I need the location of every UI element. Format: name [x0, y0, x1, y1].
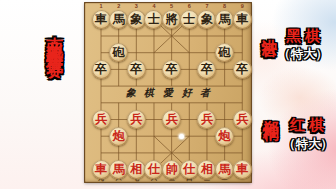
- file-label: 4: [152, 4, 155, 10]
- piece-red[interactable]: 兵: [162, 110, 181, 129]
- piece-red[interactable]: 炮: [215, 127, 234, 146]
- piece-red[interactable]: 仕: [180, 160, 199, 179]
- piece-black[interactable]: 卒: [233, 60, 252, 79]
- file-label: 1: [99, 4, 102, 10]
- river-char: 者: [200, 87, 210, 97]
- file-label: 9: [241, 4, 244, 10]
- file-label: 5: [170, 4, 173, 10]
- piece-black[interactable]: 象: [127, 10, 146, 29]
- piece-black[interactable]: 士: [180, 10, 199, 29]
- file-label: 3: [135, 4, 138, 10]
- black-player-name: 洪智: [261, 26, 277, 31]
- event-title-banner: 南北象棋对抗赛: [46, 23, 63, 50]
- piece-black[interactable]: 馬: [109, 10, 128, 29]
- piece-red[interactable]: 炮: [109, 127, 128, 146]
- piece-black[interactable]: 將: [162, 10, 181, 29]
- piece-red[interactable]: 相: [127, 160, 146, 179]
- river-char: 象: [125, 87, 135, 97]
- piece-black[interactable]: 卒: [162, 60, 181, 79]
- xiangqi-board[interactable]: 123456789 九八七六五四三二一 象棋愛好者 車馬象士將士象馬車砲砲卒卒卒…: [84, 2, 252, 183]
- piece-red[interactable]: 兵: [127, 110, 146, 129]
- piece-red[interactable]: 兵: [233, 110, 252, 129]
- file-label: 7: [205, 4, 208, 10]
- red-player-title: （特大）: [283, 136, 333, 153]
- file-label: 8: [223, 4, 226, 10]
- piece-black[interactable]: 馬: [215, 10, 234, 29]
- black-side-label: 黑棋: [286, 27, 324, 46]
- black-player-title: （特大）: [278, 46, 328, 63]
- piece-black[interactable]: 卒: [127, 60, 146, 79]
- river-char: 愛: [163, 87, 173, 97]
- cursor-sparkle: [179, 134, 184, 139]
- piece-black[interactable]: 卒: [92, 60, 111, 79]
- river-char: 好: [181, 87, 191, 97]
- piece-red[interactable]: 車: [233, 160, 252, 179]
- river-char: 棋: [144, 87, 154, 97]
- piece-black[interactable]: 車: [233, 10, 252, 29]
- piece-red[interactable]: 兵: [92, 110, 111, 129]
- red-player-name: 郑惟桐: [263, 107, 279, 115]
- piece-red[interactable]: 車: [92, 160, 111, 179]
- red-side-label: 红棋: [290, 116, 328, 135]
- piece-black[interactable]: 車: [92, 10, 111, 29]
- file-label: 6: [188, 4, 191, 10]
- file-label: 2: [117, 4, 120, 10]
- video-frame: 南北象棋对抗赛 123456789 九八七六五四三二一 象棋愛好者 車馬象士將士…: [0, 0, 336, 189]
